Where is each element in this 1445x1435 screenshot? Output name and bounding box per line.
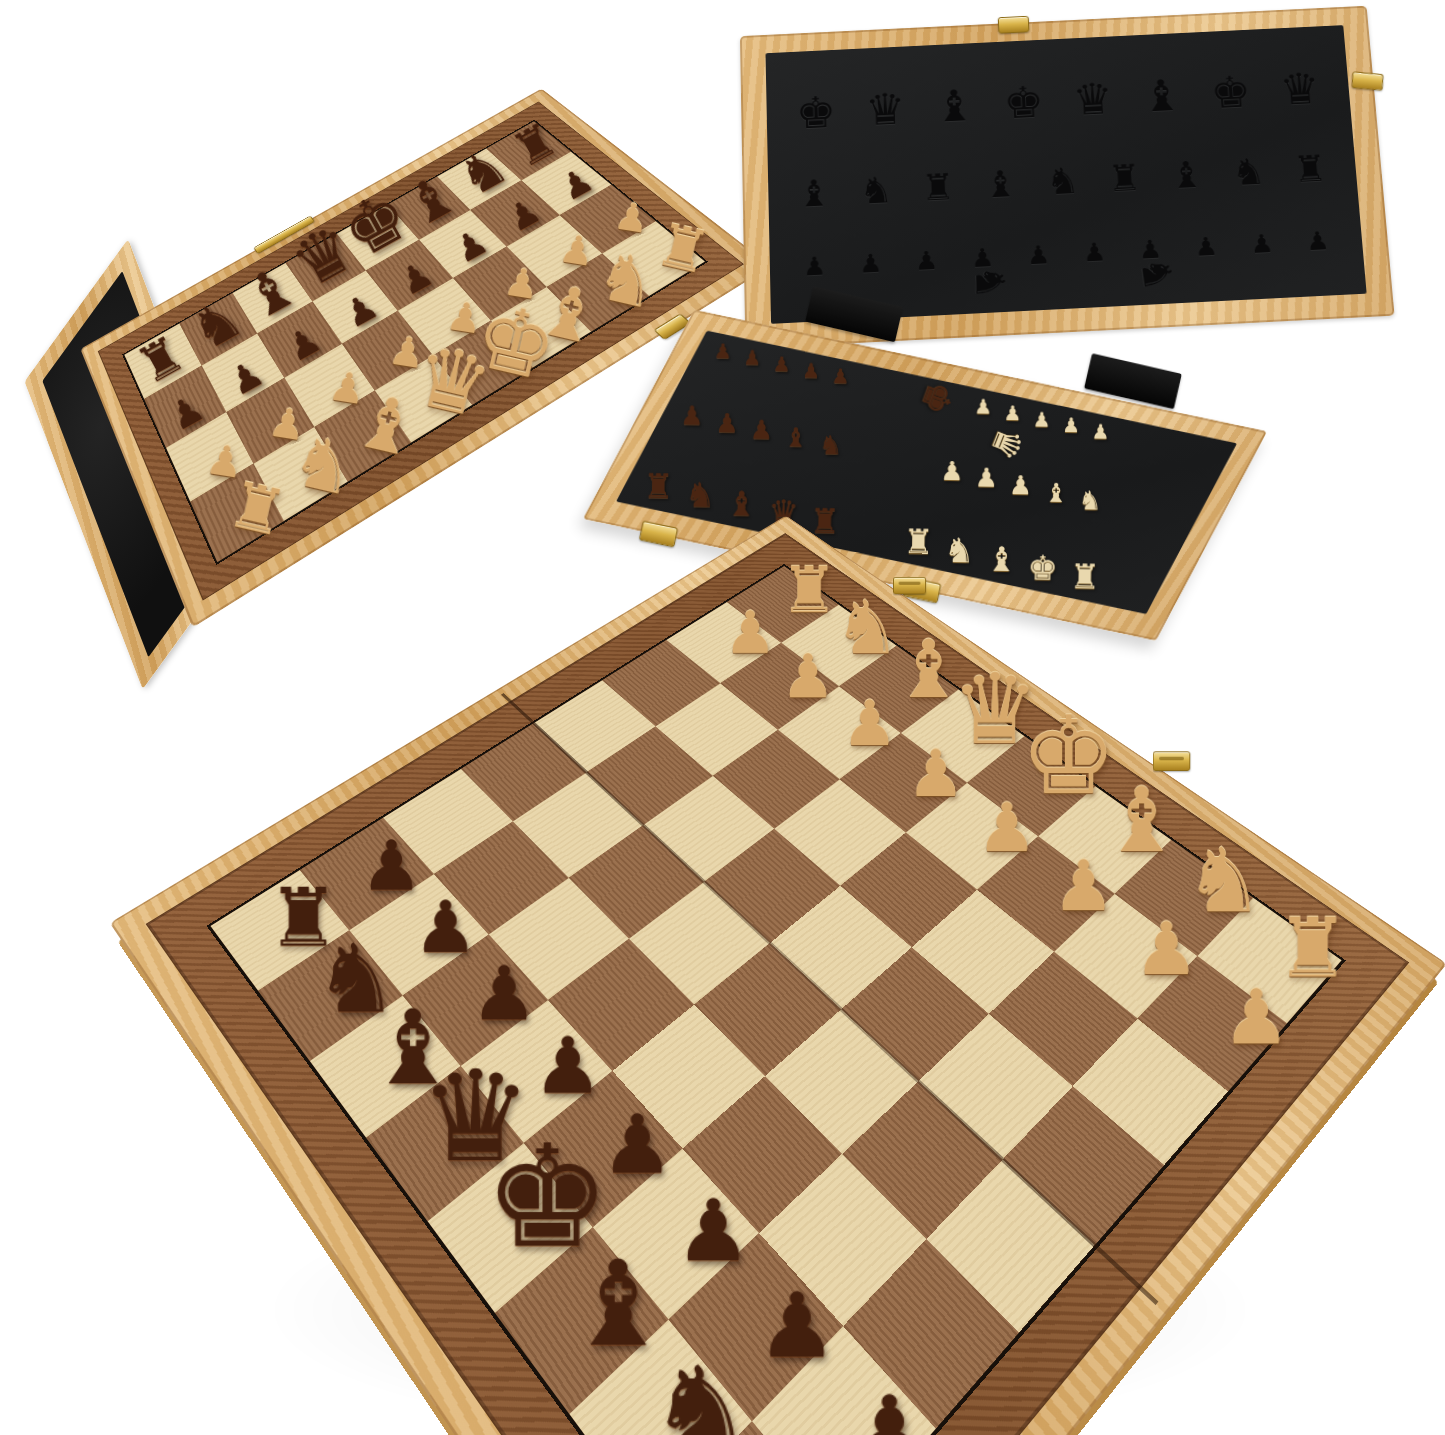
cutout-rook: ♜ [1107,159,1143,197]
product-photo: ♜♞♝♛♚♝♞♜♟♟♟♟♟♟♟♟♟♟♟♟♟♟♟♟♜♞♝♛♚♝♞♜ ♚♛♝♚♛♝♚… [0,0,1445,1435]
cutout-king: ♚ [1003,80,1045,125]
cutout-bishop: ♝ [1169,156,1205,193]
piece-black-pawn: ♟ [823,1383,956,1435]
stored-piece-black-pawn: ♟ [772,354,790,374]
cutout-bishop: ♝ [797,175,832,213]
cutout-queen: ♛ [865,87,907,132]
cutout-knight: ♞ [1045,163,1080,201]
cutout-king: ♚ [1209,70,1252,115]
cutout-knight: ♞ [1231,153,1267,190]
cutout-knight-lying: ♞ [1132,254,1182,294]
stored-piece-black-pawn: ♟ [802,360,820,380]
piece-white-pawn: ♟ [1115,912,1218,985]
cutout-queen: ♛ [1072,77,1115,122]
cutout-knight: ♞ [859,172,894,210]
lid-cutout-row: ♚♛♝♚♛♝♚♛ [766,65,1350,136]
stored-piece-black-pawn: ♟ [743,348,761,368]
piece-white-pawn: ♟ [1203,979,1310,1055]
lid-cutout-row: ♝♞♜♝♞♜♝♞♜ [768,149,1357,214]
cutout-bishop: ♝ [1140,74,1183,119]
brass-latch [1351,71,1383,90]
piece-white-pawn: ♟ [1034,851,1133,921]
cutout-rook: ♜ [921,169,956,207]
cutout-bishop: ♝ [983,166,1018,204]
lid-foam-insert: ♚♛♝♚♛♝♚♛♝♞♜♝♞♜♝♞♜♟♟♟♟♟♟♟♟♟♟♞♞ [765,25,1366,324]
cutout-rook: ♜ [1292,150,1328,187]
cutout-bishop: ♝ [934,84,976,129]
cutout-queen: ♛ [1278,67,1321,111]
cutout-knight-lying: ♞ [968,265,1014,300]
stored-piece-white-pawn: ♟ [974,397,992,417]
brass-latch [997,16,1029,34]
cutout-king: ♚ [795,90,836,135]
main-board-view: ♜♟♟♜♞♟♟♞♝♟♟♝♛♟♟♛♚♟♟♚♝♟♟♝♞♟♟♞♜♟♟♜ [0,420,1445,1435]
stored-piece-black-pawn: ♟ [831,367,849,387]
piece-black-knight: ♞ [635,1351,768,1435]
stored-piece-black-pawn: ♟ [714,342,732,362]
